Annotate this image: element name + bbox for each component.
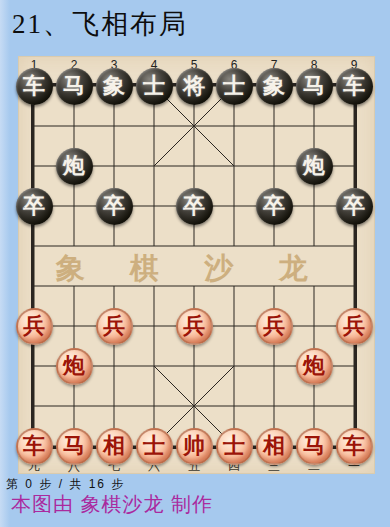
piece-red-general[interactable]: 帅	[176, 428, 213, 465]
piece-red-advisor[interactable]: 士	[216, 428, 253, 465]
piece-black-chariot[interactable]: 车	[16, 68, 53, 105]
piece-red-elephant[interactable]: 相	[96, 428, 133, 465]
piece-red-soldier[interactable]: 兵	[176, 308, 213, 345]
piece-black-chariot[interactable]: 车	[336, 68, 373, 105]
piece-black-soldier[interactable]: 卒	[256, 188, 293, 225]
piece-red-horse[interactable]: 马	[296, 428, 333, 465]
piece-red-soldier[interactable]: 兵	[336, 308, 373, 345]
piece-black-advisor[interactable]: 士	[216, 68, 253, 105]
piece-black-cannon[interactable]: 炮	[296, 148, 333, 185]
piece-black-soldier[interactable]: 卒	[336, 188, 373, 225]
page: 21、飞相布局 象 棋 沙 龙 123456789 九八七六五四三二一 车马象士…	[0, 0, 390, 527]
piece-red-elephant[interactable]: 相	[256, 428, 293, 465]
piece-red-soldier[interactable]: 兵	[96, 308, 133, 345]
piece-red-horse[interactable]: 马	[56, 428, 93, 465]
piece-black-soldier[interactable]: 卒	[16, 188, 53, 225]
credit-text: 本图由 象棋沙龙 制作	[11, 491, 213, 518]
piece-black-elephant[interactable]: 象	[256, 68, 293, 105]
pieces-layer: 车马象士将士象马车炮炮卒卒卒卒卒兵兵兵兵兵炮炮车马相士帅士相马车	[19, 57, 374, 473]
piece-red-soldier[interactable]: 兵	[16, 308, 53, 345]
piece-black-soldier[interactable]: 卒	[96, 188, 133, 225]
piece-red-chariot[interactable]: 车	[16, 428, 53, 465]
piece-black-cannon[interactable]: 炮	[56, 148, 93, 185]
piece-red-soldier[interactable]: 兵	[256, 308, 293, 345]
piece-red-advisor[interactable]: 士	[136, 428, 173, 465]
xiangqi-board: 象 棋 沙 龙 123456789 九八七六五四三二一 车马象士将士象马车炮炮卒…	[18, 56, 375, 474]
piece-red-cannon[interactable]: 炮	[56, 348, 93, 385]
piece-black-horse[interactable]: 马	[296, 68, 333, 105]
piece-black-soldier[interactable]: 卒	[176, 188, 213, 225]
piece-black-general[interactable]: 将	[176, 68, 213, 105]
piece-red-cannon[interactable]: 炮	[296, 348, 333, 385]
page-title: 21、飞相布局	[12, 6, 188, 42]
piece-black-horse[interactable]: 马	[56, 68, 93, 105]
piece-black-advisor[interactable]: 士	[136, 68, 173, 105]
piece-black-elephant[interactable]: 象	[96, 68, 133, 105]
piece-red-chariot[interactable]: 车	[336, 428, 373, 465]
